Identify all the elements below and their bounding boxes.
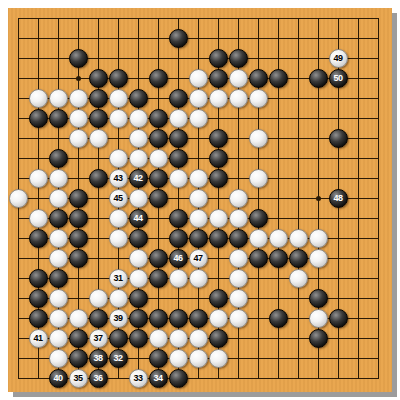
board-cell[interactable] (168, 28, 188, 48)
board-cell[interactable]: 34 (148, 368, 168, 388)
board-cell[interactable] (308, 348, 328, 368)
board-cell[interactable] (8, 148, 28, 168)
board-cell[interactable] (108, 128, 128, 148)
board-cell[interactable] (8, 88, 28, 108)
board-cell[interactable] (248, 348, 268, 368)
board-cell[interactable] (288, 28, 308, 48)
board-cell[interactable] (208, 368, 228, 388)
board-cell[interactable] (208, 88, 228, 108)
board-cell[interactable] (168, 228, 188, 248)
board-cell[interactable] (188, 308, 208, 328)
board-cell[interactable] (308, 228, 328, 248)
board-cell[interactable] (308, 308, 328, 328)
board-cell[interactable] (248, 268, 268, 288)
board-cell[interactable] (288, 328, 308, 348)
board-cell[interactable] (368, 68, 388, 88)
board-cell[interactable] (148, 288, 168, 308)
board-cell[interactable] (268, 348, 288, 368)
board-cell[interactable] (8, 208, 28, 228)
board-cell[interactable] (288, 368, 308, 388)
board-cell[interactable] (28, 188, 48, 208)
board-cell[interactable] (48, 288, 68, 308)
board-cell[interactable] (128, 88, 148, 108)
board-cell[interactable] (148, 88, 168, 108)
board-cell[interactable] (148, 108, 168, 128)
board-cell[interactable] (348, 128, 368, 148)
board-cell[interactable] (128, 48, 148, 68)
board-cell[interactable]: 32 (108, 348, 128, 368)
board-cell[interactable] (248, 248, 268, 268)
board-cell[interactable] (368, 48, 388, 68)
board-cell[interactable] (68, 288, 88, 308)
board-cell[interactable] (28, 268, 48, 288)
go-board[interactable]: 4950434245484446473139413738324035363334 (8, 8, 392, 392)
board-cell[interactable] (128, 308, 148, 328)
board-cell[interactable]: 47 (188, 248, 208, 268)
board-cell[interactable] (368, 28, 388, 48)
board-cell[interactable] (8, 268, 28, 288)
board-cell[interactable] (188, 228, 208, 248)
board-cell[interactable] (288, 228, 308, 248)
board-cell[interactable] (68, 8, 88, 28)
board-cell[interactable] (168, 348, 188, 368)
board-cell[interactable] (188, 328, 208, 348)
board-cell[interactable] (48, 348, 68, 368)
board-cell[interactable] (328, 288, 348, 308)
board-cell[interactable] (308, 88, 328, 108)
board-cell[interactable] (188, 268, 208, 288)
board-cell[interactable] (28, 288, 48, 308)
board-cell[interactable] (308, 368, 328, 388)
board-cell[interactable]: 44 (128, 208, 148, 228)
board-cell[interactable] (268, 208, 288, 228)
board-cell[interactable] (348, 368, 368, 388)
board-cell[interactable] (328, 368, 348, 388)
board-cell[interactable] (328, 328, 348, 348)
board-cell[interactable] (8, 28, 28, 48)
board-cell[interactable]: 33 (128, 368, 148, 388)
board-cell[interactable] (308, 288, 328, 308)
board-cell[interactable] (188, 148, 208, 168)
board-cell[interactable] (28, 68, 48, 88)
board-cell[interactable] (188, 48, 208, 68)
board-cell[interactable] (188, 208, 208, 228)
board-cell[interactable] (328, 248, 348, 268)
board-cell[interactable] (228, 88, 248, 108)
board-cell[interactable] (328, 108, 348, 128)
board-cell[interactable] (368, 248, 388, 268)
board-cell[interactable] (88, 28, 108, 48)
board-cell[interactable] (368, 308, 388, 328)
board-cell[interactable] (208, 28, 228, 48)
board-cell[interactable] (8, 368, 28, 388)
board-cell[interactable] (208, 308, 228, 328)
board-cell[interactable] (128, 268, 148, 288)
board-cell[interactable] (108, 8, 128, 28)
board-cell[interactable] (328, 208, 348, 228)
board-cell[interactable] (168, 288, 188, 308)
board-cell[interactable] (88, 248, 108, 268)
board-cell[interactable] (28, 108, 48, 128)
board-cell[interactable] (28, 8, 48, 28)
board-cell[interactable] (108, 228, 128, 248)
board-cell[interactable] (108, 208, 128, 228)
board-cell[interactable] (368, 88, 388, 108)
board-cell[interactable] (228, 348, 248, 368)
board-cell[interactable] (148, 328, 168, 348)
board-cell[interactable] (168, 88, 188, 108)
board-cell[interactable] (128, 348, 148, 368)
board-cell[interactable] (308, 8, 328, 28)
board-cell[interactable] (368, 128, 388, 148)
board-cell[interactable] (28, 368, 48, 388)
board-cell[interactable] (308, 128, 328, 148)
board-cell[interactable] (148, 8, 168, 28)
board-cell[interactable] (368, 328, 388, 348)
board-cell[interactable] (108, 28, 128, 48)
board-cell[interactable] (208, 188, 228, 208)
board-cell[interactable]: 38 (88, 348, 108, 368)
board-cell[interactable] (28, 88, 48, 108)
board-cell[interactable] (68, 68, 88, 88)
board-cell[interactable] (28, 348, 48, 368)
board-cell[interactable] (308, 148, 328, 168)
board-cell[interactable] (328, 268, 348, 288)
board-cell[interactable]: 46 (168, 248, 188, 268)
board-cell[interactable] (368, 208, 388, 228)
board-cell[interactable] (48, 8, 68, 28)
board-cell[interactable] (108, 328, 128, 348)
board-cell[interactable] (248, 328, 268, 348)
board-cell[interactable] (268, 148, 288, 168)
board-cell[interactable] (248, 208, 268, 228)
board-cell[interactable] (268, 368, 288, 388)
board-cell[interactable] (208, 128, 228, 148)
board-cell[interactable] (308, 328, 328, 348)
board-cell[interactable] (68, 168, 88, 188)
board-cell[interactable] (88, 68, 108, 88)
board-cell[interactable] (268, 288, 288, 308)
board-cell[interactable] (228, 168, 248, 188)
board-cell[interactable] (188, 188, 208, 208)
board-cell[interactable] (28, 168, 48, 188)
board-cell[interactable] (328, 228, 348, 248)
board-cell[interactable] (208, 328, 228, 348)
board-cell[interactable] (248, 148, 268, 168)
board-cell[interactable] (288, 48, 308, 68)
board-cell[interactable] (148, 48, 168, 68)
board-cell[interactable] (348, 108, 368, 128)
board-cell[interactable] (248, 308, 268, 328)
board-cell[interactable] (348, 268, 368, 288)
board-cell[interactable] (68, 148, 88, 168)
board-cell[interactable] (128, 228, 148, 248)
board-cell[interactable] (8, 348, 28, 368)
board-cell[interactable] (348, 248, 368, 268)
board-cell[interactable] (88, 128, 108, 148)
board-cell[interactable] (328, 28, 348, 48)
board-cell[interactable] (88, 168, 108, 188)
board-cell[interactable] (168, 368, 188, 388)
board-cell[interactable] (128, 8, 148, 28)
board-cell[interactable]: 35 (68, 368, 88, 388)
board-cell[interactable] (128, 128, 148, 148)
board-cell[interactable] (308, 48, 328, 68)
board-cell[interactable] (188, 368, 208, 388)
board-cell[interactable] (208, 248, 228, 268)
board-cell[interactable] (8, 168, 28, 188)
board-cell[interactable] (248, 188, 268, 208)
board-cell[interactable] (168, 188, 188, 208)
board-cell[interactable] (148, 188, 168, 208)
board-cell[interactable] (128, 148, 148, 168)
board-cell[interactable] (248, 88, 268, 108)
board-cell[interactable] (88, 88, 108, 108)
board-cell[interactable] (28, 228, 48, 248)
board-cell[interactable] (28, 28, 48, 48)
board-cell[interactable] (328, 88, 348, 108)
board-cell[interactable] (288, 308, 308, 328)
board-cell[interactable] (228, 248, 248, 268)
board-cell[interactable] (168, 168, 188, 188)
board-cell[interactable] (168, 128, 188, 148)
board-cell[interactable] (48, 128, 68, 148)
board-cell[interactable] (148, 308, 168, 328)
board-cell[interactable] (268, 108, 288, 128)
board-cell[interactable] (308, 68, 328, 88)
board-cell[interactable] (308, 268, 328, 288)
board-cell[interactable] (128, 248, 148, 268)
board-cell[interactable] (68, 108, 88, 128)
board-cell[interactable] (228, 268, 248, 288)
board-cell[interactable] (88, 148, 108, 168)
board-cell[interactable] (208, 208, 228, 228)
board-cell[interactable]: 43 (108, 168, 128, 188)
board-cell[interactable] (248, 368, 268, 388)
board-cell[interactable] (168, 8, 188, 28)
board-cell[interactable] (148, 68, 168, 88)
board-cell[interactable] (48, 188, 68, 208)
board-cell[interactable] (128, 68, 148, 88)
board-cell[interactable] (48, 328, 68, 348)
board-cell[interactable] (68, 328, 88, 348)
board-cell[interactable] (368, 108, 388, 128)
board-cell[interactable] (48, 108, 68, 128)
board-cell[interactable] (108, 288, 128, 308)
board-cell[interactable] (288, 128, 308, 148)
board-cell[interactable] (268, 168, 288, 188)
board-cell[interactable] (348, 348, 368, 368)
board-cell[interactable] (288, 88, 308, 108)
board-cell[interactable] (268, 88, 288, 108)
board-cell[interactable]: 50 (328, 68, 348, 88)
board-cell[interactable] (48, 268, 68, 288)
board-cell[interactable] (368, 8, 388, 28)
board-cell[interactable] (188, 68, 208, 88)
board-cell[interactable] (348, 288, 368, 308)
board-cell[interactable] (248, 228, 268, 248)
board-cell[interactable] (188, 128, 208, 148)
board-cell[interactable] (8, 108, 28, 128)
board-cell[interactable] (348, 148, 368, 168)
board-cell[interactable] (108, 248, 128, 268)
board-cell[interactable] (228, 108, 248, 128)
board-cell[interactable] (148, 168, 168, 188)
board-cell[interactable] (108, 148, 128, 168)
board-cell[interactable] (208, 168, 228, 188)
board-cell[interactable] (248, 8, 268, 28)
board-cell[interactable] (108, 88, 128, 108)
board-cell[interactable] (208, 268, 228, 288)
board-cell[interactable]: 37 (88, 328, 108, 348)
board-cell[interactable] (268, 68, 288, 88)
board-cell[interactable] (268, 268, 288, 288)
board-cell[interactable] (148, 128, 168, 148)
board-cell[interactable] (228, 308, 248, 328)
board-cell[interactable] (288, 188, 308, 208)
board-cell[interactable] (268, 128, 288, 148)
board-cell[interactable] (188, 168, 208, 188)
board-cell[interactable] (8, 328, 28, 348)
board-cell[interactable] (188, 88, 208, 108)
board-cell[interactable] (228, 328, 248, 348)
board-cell[interactable] (348, 208, 368, 228)
board-cell[interactable] (128, 28, 148, 48)
board-cell[interactable] (268, 308, 288, 328)
board-cell[interactable] (208, 148, 228, 168)
board-cell[interactable] (368, 228, 388, 248)
board-cell[interactable] (88, 308, 108, 328)
board-cell[interactable] (368, 348, 388, 368)
board-cell[interactable] (288, 208, 308, 228)
board-cell[interactable] (68, 348, 88, 368)
board-cell[interactable] (308, 248, 328, 268)
board-cell[interactable] (288, 68, 308, 88)
board-cell[interactable] (368, 148, 388, 168)
board-cell[interactable] (348, 68, 368, 88)
board-cell[interactable] (188, 28, 208, 48)
board-cell[interactable] (28, 128, 48, 148)
board-cell[interactable] (208, 288, 228, 308)
board-cell[interactable] (288, 108, 308, 128)
board-cell[interactable] (228, 28, 248, 48)
board-cell[interactable] (288, 348, 308, 368)
board-cell[interactable] (328, 128, 348, 148)
board-cell[interactable] (288, 168, 308, 188)
board-cell[interactable] (228, 288, 248, 308)
board-cell[interactable] (48, 248, 68, 268)
board-cell[interactable] (68, 88, 88, 108)
board-cell[interactable] (368, 288, 388, 308)
board-cell[interactable] (108, 108, 128, 128)
board-cell[interactable] (168, 208, 188, 228)
board-cell[interactable] (68, 308, 88, 328)
board-cell[interactable] (148, 208, 168, 228)
board-cell[interactable] (288, 148, 308, 168)
board-cell[interactable] (88, 268, 108, 288)
board-cell[interactable] (68, 248, 88, 268)
board-cell[interactable] (308, 208, 328, 228)
board-cell[interactable] (268, 28, 288, 48)
board-cell[interactable] (48, 228, 68, 248)
board-cell[interactable] (128, 108, 148, 128)
board-cell[interactable] (48, 28, 68, 48)
board-cell[interactable] (128, 188, 148, 208)
board-cell[interactable] (68, 228, 88, 248)
board-cell[interactable] (368, 188, 388, 208)
board-cell[interactable] (348, 48, 368, 68)
board-cell[interactable] (228, 8, 248, 28)
board-cell[interactable] (168, 108, 188, 128)
board-cell[interactable] (28, 248, 48, 268)
board-cell[interactable] (68, 48, 88, 68)
board-cell[interactable] (248, 128, 268, 148)
board-cell[interactable] (68, 188, 88, 208)
board-cell[interactable] (308, 168, 328, 188)
board-cell[interactable] (228, 228, 248, 248)
board-cell[interactable] (68, 128, 88, 148)
board-cell[interactable] (88, 48, 108, 68)
board-cell[interactable] (308, 108, 328, 128)
board-cell[interactable] (208, 228, 228, 248)
board-cell[interactable] (8, 188, 28, 208)
board-cell[interactable]: 49 (328, 48, 348, 68)
board-cell[interactable] (128, 288, 148, 308)
board-cell[interactable] (48, 48, 68, 68)
board-cell[interactable] (348, 88, 368, 108)
board-cell[interactable] (168, 268, 188, 288)
board-cell[interactable] (268, 8, 288, 28)
board-cell[interactable] (48, 88, 68, 108)
board-cell[interactable] (348, 8, 368, 28)
board-cell[interactable] (248, 108, 268, 128)
board-cell[interactable] (88, 8, 108, 28)
board-cell[interactable] (228, 208, 248, 228)
board-cell[interactable] (228, 128, 248, 148)
board-cell[interactable] (148, 248, 168, 268)
board-cell[interactable] (128, 328, 148, 348)
board-cell[interactable] (8, 308, 28, 328)
board-cell[interactable] (248, 68, 268, 88)
board-cell[interactable] (368, 268, 388, 288)
board-cell[interactable] (48, 68, 68, 88)
board-cell[interactable] (228, 68, 248, 88)
board-cell[interactable] (88, 288, 108, 308)
board-cell[interactable] (228, 148, 248, 168)
board-cell[interactable] (348, 228, 368, 248)
board-cell[interactable] (228, 188, 248, 208)
board-cell[interactable] (208, 348, 228, 368)
board-cell[interactable] (168, 48, 188, 68)
board-cell[interactable] (88, 228, 108, 248)
board-cell[interactable] (228, 48, 248, 68)
board-cell[interactable] (308, 188, 328, 208)
board-cell[interactable] (8, 248, 28, 268)
board-cell[interactable] (288, 268, 308, 288)
board-cell[interactable] (208, 108, 228, 128)
board-cell[interactable] (268, 328, 288, 348)
board-cell[interactable] (28, 308, 48, 328)
board-cell[interactable] (328, 148, 348, 168)
board-cell[interactable] (208, 48, 228, 68)
board-cell[interactable] (328, 348, 348, 368)
board-cell[interactable] (48, 308, 68, 328)
board-cell[interactable] (188, 8, 208, 28)
board-cell[interactable] (148, 348, 168, 368)
board-cell[interactable] (248, 48, 268, 68)
board-cell[interactable] (68, 268, 88, 288)
board-cell[interactable] (148, 148, 168, 168)
